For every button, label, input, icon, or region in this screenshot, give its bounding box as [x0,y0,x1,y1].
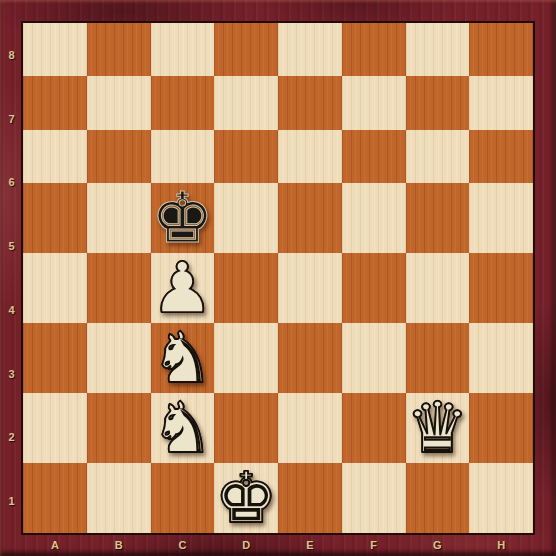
square-g8[interactable] [406,23,470,76]
square-a4[interactable] [23,253,87,323]
square-d8[interactable] [214,23,278,76]
rank-label-5: 5 [0,214,23,278]
square-b7[interactable] [87,76,151,129]
square-f6[interactable] [342,130,406,183]
square-f1[interactable] [342,463,406,533]
square-h6[interactable] [469,130,533,183]
square-a5[interactable] [23,183,87,253]
square-e4[interactable] [278,253,342,323]
piece-white-king-d1[interactable]: ♚ [215,463,278,533]
file-label-c: C [151,533,215,556]
square-c1[interactable] [151,463,215,533]
square-g3[interactable] [406,323,470,393]
square-b1[interactable] [87,463,151,533]
square-f7[interactable] [342,76,406,129]
square-g4[interactable] [406,253,470,323]
square-g2[interactable]: ♛ [406,393,470,463]
square-c4[interactable]: ♟ [151,253,215,323]
square-a3[interactable] [23,323,87,393]
square-a2[interactable] [23,393,87,463]
file-label-h: H [469,533,533,556]
square-f3[interactable] [342,323,406,393]
square-h4[interactable] [469,253,533,323]
square-h3[interactable] [469,323,533,393]
piece-white-knight-c3[interactable]: ♞ [151,323,214,393]
piece-white-knight-c2[interactable]: ♞ [151,393,214,463]
square-b4[interactable] [87,253,151,323]
square-e7[interactable] [278,76,342,129]
square-c3[interactable]: ♞ [151,323,215,393]
square-c5[interactable]: ♚ [151,183,215,253]
square-d5[interactable] [214,183,278,253]
rank-label-4: 4 [0,278,23,342]
square-d6[interactable] [214,130,278,183]
square-c7[interactable] [151,76,215,129]
rank-label-3: 3 [0,342,23,406]
square-h5[interactable] [469,183,533,253]
file-label-a: A [23,533,87,556]
file-label-e: E [278,533,342,556]
square-g5[interactable] [406,183,470,253]
square-f5[interactable] [342,183,406,253]
square-e8[interactable] [278,23,342,76]
square-h8[interactable] [469,23,533,76]
square-d7[interactable] [214,76,278,129]
square-h7[interactable] [469,76,533,129]
square-b5[interactable] [87,183,151,253]
square-d1[interactable]: ♚ [214,463,278,533]
square-h1[interactable] [469,463,533,533]
square-d3[interactable] [214,323,278,393]
square-b6[interactable] [87,130,151,183]
square-g7[interactable] [406,76,470,129]
square-b2[interactable] [87,393,151,463]
square-b3[interactable] [87,323,151,393]
square-e1[interactable] [278,463,342,533]
square-f2[interactable] [342,393,406,463]
square-b8[interactable] [87,23,151,76]
square-e5[interactable] [278,183,342,253]
file-labels: ABCDEFGH [23,533,533,556]
square-c2[interactable]: ♞ [151,393,215,463]
square-a1[interactable] [23,463,87,533]
square-d4[interactable] [214,253,278,323]
square-f4[interactable] [342,253,406,323]
rank-label-6: 6 [0,151,23,215]
piece-white-queen-g2[interactable]: ♛ [406,393,469,463]
square-d2[interactable] [214,393,278,463]
chess-diagram: 87654321 ABCDEFGH ♚♟♞♞♛♚ [0,0,556,556]
chess-board: ♚♟♞♞♛♚ [23,23,533,533]
file-label-f: F [342,533,406,556]
rank-label-2: 2 [0,406,23,470]
square-a7[interactable] [23,76,87,129]
rank-label-8: 8 [0,23,23,87]
piece-white-pawn-c4[interactable]: ♟ [151,253,214,323]
square-c8[interactable] [151,23,215,76]
square-h2[interactable] [469,393,533,463]
rank-labels: 87654321 [0,23,23,533]
square-a8[interactable] [23,23,87,76]
square-e3[interactable] [278,323,342,393]
square-c6[interactable] [151,130,215,183]
square-g6[interactable] [406,130,470,183]
square-e2[interactable] [278,393,342,463]
piece-black-king-c5[interactable]: ♚ [151,183,214,253]
square-f8[interactable] [342,23,406,76]
file-label-g: G [406,533,470,556]
square-e6[interactable] [278,130,342,183]
square-a6[interactable] [23,130,87,183]
file-label-b: B [87,533,151,556]
rank-label-1: 1 [0,469,23,533]
square-g1[interactable] [406,463,470,533]
rank-label-7: 7 [0,87,23,151]
